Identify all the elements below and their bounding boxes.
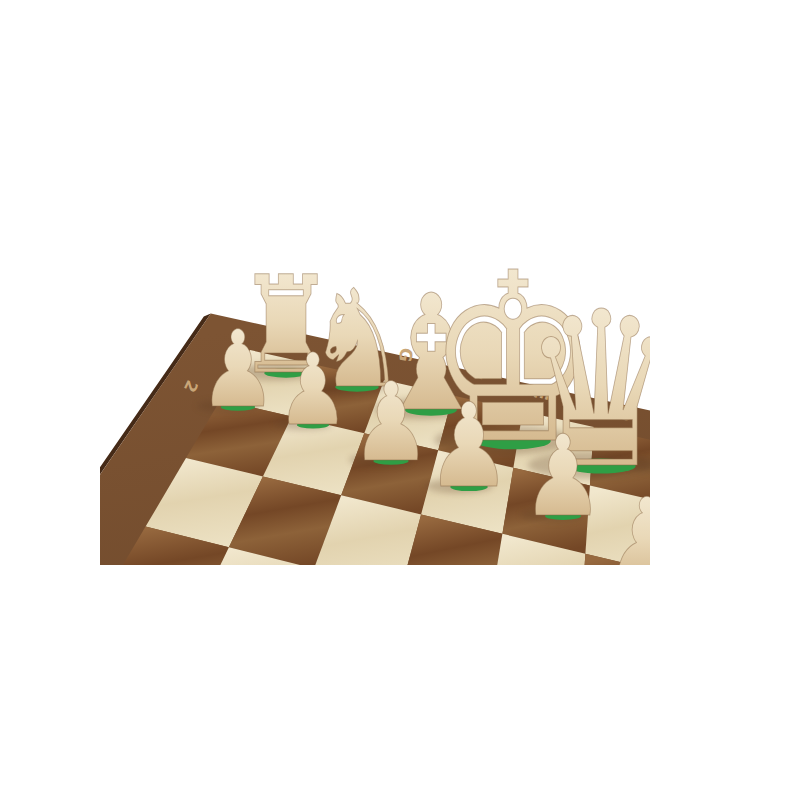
piece-white-pawn-h2: ♟ — [199, 308, 277, 432]
piece-white-pawn-f2: ♟ — [351, 358, 431, 486]
piece-white-pawn-d2: ♟ — [522, 411, 604, 541]
page: HGFED2♜♞♟♝♟♚♟♛♝♞♟♜♟♟♟♟♟♟♟♟♟♜♟♞♟♝♟♚♛♝♞♜ — [0, 0, 800, 800]
piece-white-pawn-e2: ♟ — [426, 379, 511, 514]
piece-white-pawn-c2: ♟ — [604, 474, 650, 565]
piece-white-pawn-g2: ♟ — [277, 332, 350, 447]
product-photo: HGFED2♜♞♟♝♟♚♟♛♝♞♟♜♟♟♟♟♟♟♟♟♟♜♟♞♟♝♟♚♛♝♞♜ — [100, 118, 650, 565]
chessboard: HGFED2♜♞♟♝♟♚♟♛♝♞♟♜♟♟♟♟♟♟♟♟♟♜♟♞♟♝♟♚♛♝♞♜ — [100, 118, 650, 565]
